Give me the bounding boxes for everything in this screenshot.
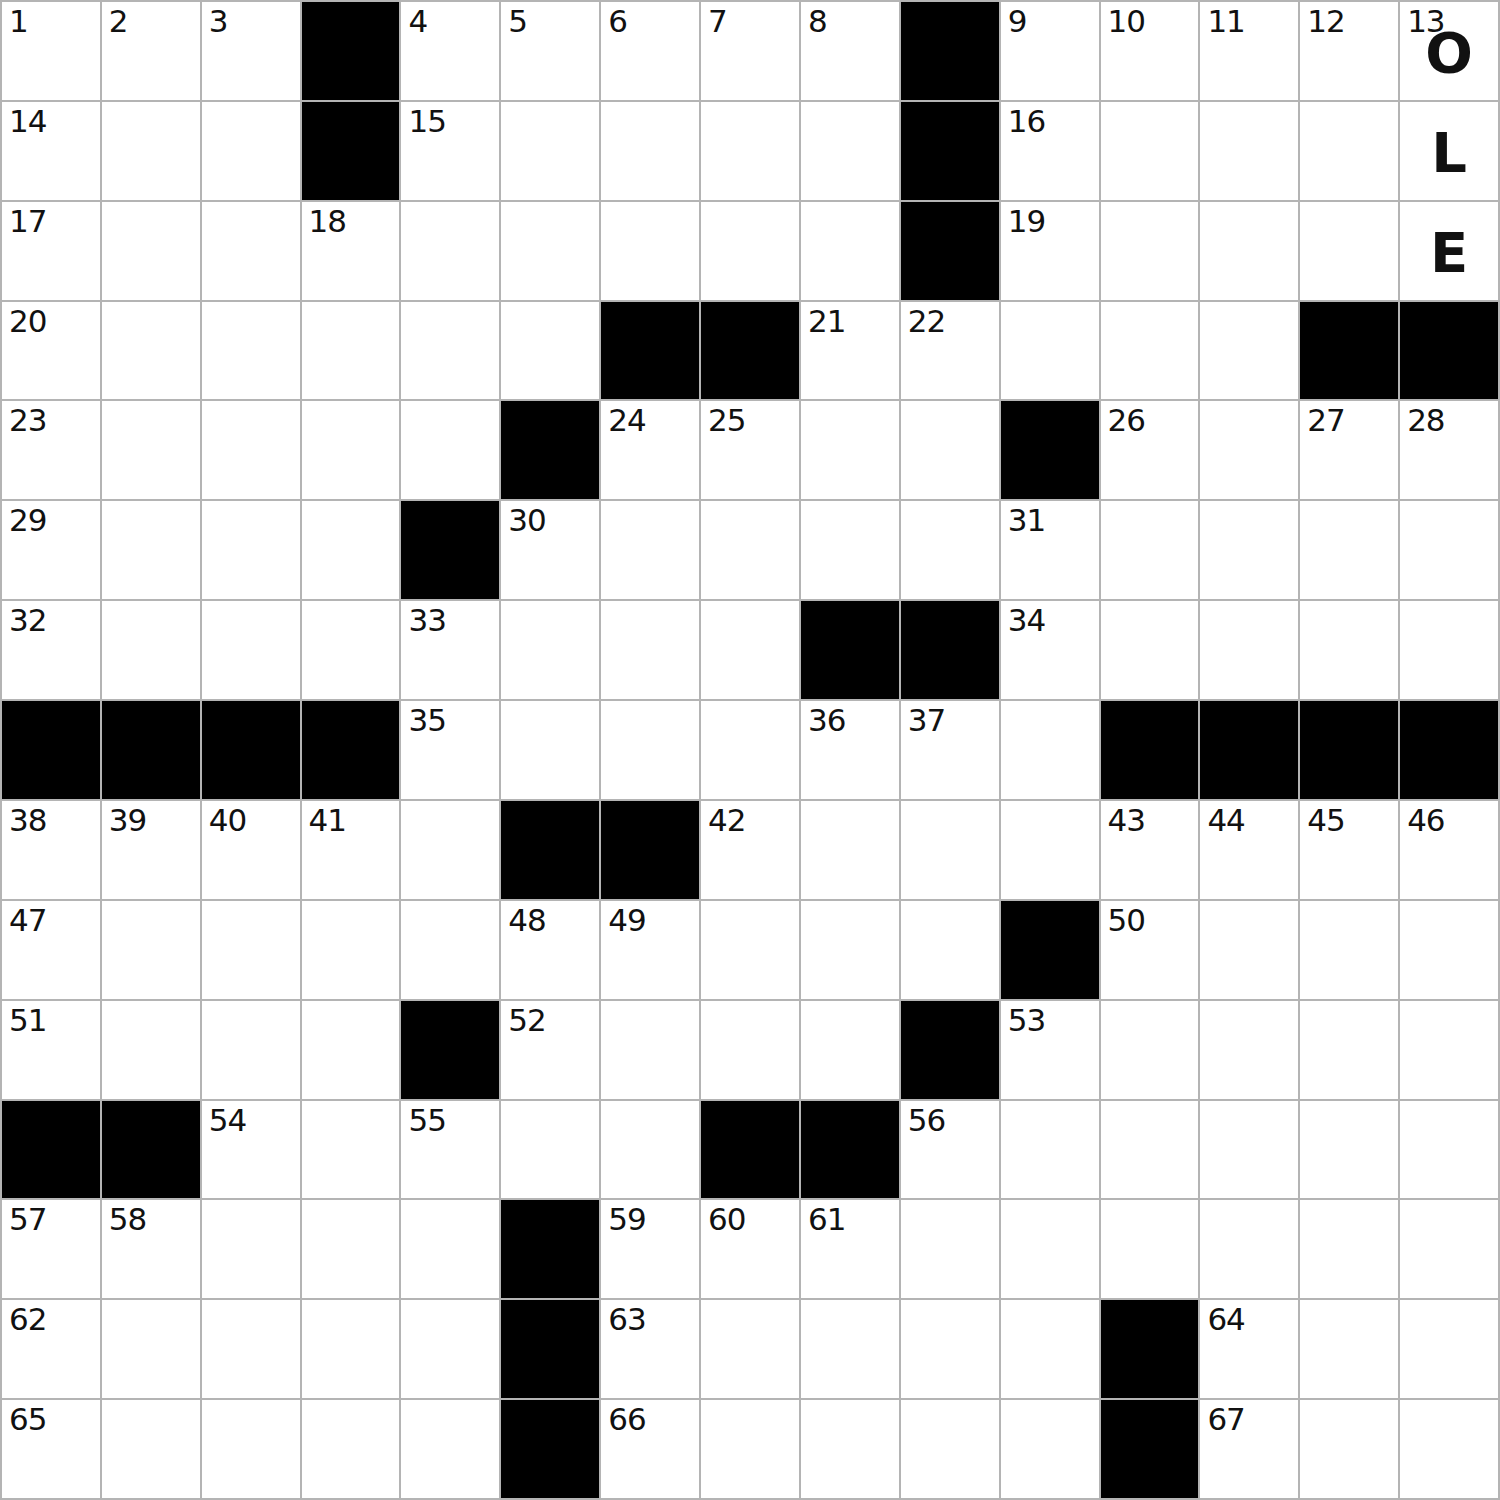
grid-cell[interactable] [1101,202,1199,300]
grid-cell[interactable] [801,901,899,999]
block-cell [302,2,400,100]
clue-number: 19 [1008,204,1045,240]
grid-cell[interactable] [302,1200,400,1298]
clue-number: 61 [808,1202,845,1238]
grid-cell[interactable] [1200,302,1298,400]
grid-cell[interactable] [1400,1300,1498,1398]
grid-cell[interactable]: 30 [501,501,599,599]
grid-cell[interactable] [1101,1200,1199,1298]
clue-number: 40 [209,803,246,839]
clue-number: 6 [608,4,627,40]
grid-cell[interactable] [801,1400,899,1498]
grid-cell[interactable]: L [1400,102,1498,200]
block-cell [1101,1400,1199,1498]
grid-cell[interactable] [601,601,699,699]
grid-cell[interactable]: 34 [1001,601,1099,699]
clue-number: 54 [209,1103,246,1139]
grid-cell[interactable] [701,501,799,599]
grid-cell[interactable] [1101,601,1199,699]
clue-number: 2 [109,4,128,40]
grid-cell[interactable]: 46 [1400,801,1498,899]
clue-number: 11 [1207,4,1244,40]
grid-cell[interactable]: 50 [1101,901,1199,999]
grid-cell[interactable] [102,401,200,499]
grid-cell[interactable] [1001,801,1099,899]
grid-cell[interactable] [701,701,799,799]
clue-number: 25 [708,403,745,439]
grid-cell[interactable] [901,1400,999,1498]
grid-cell[interactable] [401,401,499,499]
clue-number: 31 [1008,503,1045,539]
block-cell [1200,701,1298,799]
clue-number: 33 [408,603,445,639]
grid-cell[interactable] [1200,102,1298,200]
grid-cell[interactable]: 62 [2,1300,100,1398]
grid-cell[interactable]: 48 [501,901,599,999]
grid-cell[interactable] [901,1300,999,1398]
grid-cell[interactable] [701,1001,799,1099]
grid-cell[interactable] [601,202,699,300]
grid-cell[interactable]: 2 [102,2,200,100]
grid-cell[interactable] [202,401,300,499]
grid-cell[interactable] [302,1300,400,1398]
clue-number: 66 [608,1402,645,1438]
grid-cell[interactable] [601,1001,699,1099]
clue-number: 28 [1407,403,1444,439]
grid-cell[interactable]: 22 [901,302,999,400]
grid-cell[interactable] [401,801,499,899]
grid-cell[interactable] [601,701,699,799]
grid-cell[interactable]: 61 [801,1200,899,1298]
grid-cell[interactable] [801,1300,899,1398]
clue-number: 56 [908,1103,945,1139]
clue-number: 9 [1008,4,1027,40]
grid-cell[interactable]: 31 [1001,501,1099,599]
clue-number: 24 [608,403,645,439]
clue-number: 49 [608,903,645,939]
grid-cell[interactable]: 59 [601,1200,699,1298]
grid-cell[interactable] [501,601,599,699]
grid-cell[interactable] [102,901,200,999]
grid-cell[interactable]: 12 [1300,2,1398,100]
grid-cell[interactable]: 43 [1101,801,1199,899]
grid-cell[interactable] [202,1001,300,1099]
block-cell [901,102,999,200]
grid-cell[interactable] [1200,901,1298,999]
grid-cell[interactable] [501,302,599,400]
grid-cell[interactable]: 41 [302,801,400,899]
grid-cell[interactable] [901,501,999,599]
grid-cell[interactable] [302,1001,400,1099]
grid-cell[interactable]: 52 [501,1001,599,1099]
clue-number: 16 [1008,104,1045,140]
block-cell [901,601,999,699]
grid-cell[interactable] [401,1400,499,1498]
grid-cell[interactable]: 27 [1300,401,1398,499]
grid-cell[interactable] [801,401,899,499]
block-cell [501,401,599,499]
grid-cell[interactable]: 45 [1300,801,1398,899]
grid-cell[interactable]: 36 [801,701,899,799]
grid-cell[interactable] [102,102,200,200]
grid-cell[interactable]: E [1400,202,1498,300]
clue-number: 7 [708,4,727,40]
clue-number: 58 [109,1202,146,1238]
grid-cell[interactable]: 6 [601,2,699,100]
block-cell [302,701,400,799]
grid-cell[interactable] [901,901,999,999]
grid-cell[interactable] [801,801,899,899]
grid-cell[interactable]: 24 [601,401,699,499]
clue-number: 42 [708,803,745,839]
grid-cell[interactable] [1101,501,1199,599]
clue-number: 48 [508,903,545,939]
grid-cell[interactable]: 7 [701,2,799,100]
block-cell [501,1200,599,1298]
grid-cell[interactable] [1400,601,1498,699]
grid-cell[interactable] [1300,501,1398,599]
grid-cell[interactable]: 49 [601,901,699,999]
block-cell [701,302,799,400]
clue-number: 18 [309,204,346,240]
grid-cell[interactable]: 10 [1101,2,1199,100]
grid-cell[interactable]: 32 [2,601,100,699]
grid-cell[interactable] [1400,1200,1498,1298]
clue-number: 15 [408,104,445,140]
block-cell [1001,901,1099,999]
clue-number: 38 [9,803,46,839]
grid-cell[interactable]: 40 [202,801,300,899]
grid-cell[interactable]: 64 [1200,1300,1298,1398]
grid-cell[interactable]: 29 [2,501,100,599]
block-cell [601,801,699,899]
grid-cell[interactable] [1001,1200,1099,1298]
cell-letter: L [1400,102,1498,200]
clue-number: 30 [508,503,545,539]
clue-number: 59 [608,1202,645,1238]
clue-number: 44 [1207,803,1244,839]
grid-cell[interactable]: 23 [2,401,100,499]
grid-cell[interactable] [302,401,400,499]
grid-cell[interactable] [302,601,400,699]
grid-cell[interactable]: 14 [2,102,100,200]
grid-cell[interactable]: 13O [1400,2,1498,100]
grid-cell[interactable] [1400,901,1498,999]
clue-number: 63 [608,1302,645,1338]
grid-cell[interactable] [601,501,699,599]
grid-cell[interactable] [701,102,799,200]
clue-number: 52 [508,1003,545,1039]
crossword-board: 12345678910111213O141516L171819E20212223… [0,0,1500,1500]
clue-number: 12 [1307,4,1344,40]
clue-number: 51 [9,1003,46,1039]
grid-cell[interactable] [401,1200,499,1298]
grid-cell[interactable]: 8 [801,2,899,100]
grid-cell[interactable]: 21 [801,302,899,400]
grid-cell[interactable] [501,202,599,300]
grid-cell[interactable] [1101,102,1199,200]
grid-cell[interactable] [701,601,799,699]
grid-cell[interactable] [1200,1001,1298,1099]
grid-cell[interactable] [302,1101,400,1199]
block-cell [1001,401,1099,499]
clue-number: 50 [1108,903,1145,939]
block-cell [701,1101,799,1199]
grid-cell[interactable] [1200,401,1298,499]
clue-number: 46 [1407,803,1444,839]
grid-cell[interactable]: 37 [901,701,999,799]
clue-number: 14 [9,104,46,140]
grid-cell[interactable] [1101,1101,1199,1199]
block-cell [801,1101,899,1199]
grid-cell[interactable]: 18 [302,202,400,300]
block-cell [601,302,699,400]
block-cell [1400,302,1498,400]
clue-number: 67 [1207,1402,1244,1438]
clue-number: 65 [9,1402,46,1438]
grid-cell[interactable] [1400,1001,1498,1099]
grid-cell[interactable] [1200,601,1298,699]
grid-cell[interactable] [1101,1001,1199,1099]
clue-number: 8 [808,4,827,40]
grid-cell[interactable]: 15 [401,102,499,200]
grid-cell[interactable] [1001,302,1099,400]
grid-cell[interactable] [1001,1400,1099,1498]
grid-cell[interactable]: 56 [901,1101,999,1199]
grid-cell[interactable]: 38 [2,801,100,899]
clue-number: 36 [808,703,845,739]
grid-cell[interactable] [202,1200,300,1298]
grid-cell[interactable] [901,801,999,899]
block-cell [2,1101,100,1199]
block-cell [1400,701,1498,799]
clue-number: 53 [1008,1003,1045,1039]
clue-number: 43 [1108,803,1145,839]
clue-number: 62 [9,1302,46,1338]
clue-number: 47 [9,903,46,939]
block-cell [901,2,999,100]
grid-cell[interactable] [401,202,499,300]
grid-cell[interactable]: 47 [2,901,100,999]
clue-number: 37 [908,703,945,739]
grid-cell[interactable] [1001,1101,1099,1199]
clue-number: 27 [1307,403,1344,439]
block-cell [1101,701,1199,799]
clue-number: 32 [9,603,46,639]
grid-cell[interactable] [1101,302,1199,400]
grid-cell[interactable]: 53 [1001,1001,1099,1099]
clue-number: 34 [1008,603,1045,639]
grid-cell[interactable] [501,701,599,799]
clue-number: 21 [808,304,845,340]
clue-number: 35 [408,703,445,739]
grid-cell[interactable] [401,901,499,999]
grid-cell[interactable] [801,202,899,300]
grid-cell[interactable] [1300,1400,1398,1498]
grid-cell[interactable] [102,501,200,599]
grid-cell[interactable] [801,1001,899,1099]
block-cell [102,1101,200,1199]
grid-cell[interactable] [801,501,899,599]
grid-cell[interactable] [1300,901,1398,999]
grid-cell[interactable] [1300,1200,1398,1298]
clue-number: 45 [1307,803,1344,839]
grid-cell[interactable] [1200,501,1298,599]
grid-cell[interactable] [901,401,999,499]
clue-number: 60 [708,1202,745,1238]
block-cell [302,102,400,200]
grid-cell[interactable] [1300,1001,1398,1099]
grid-cell[interactable] [1300,202,1398,300]
block-cell [202,701,300,799]
grid-cell[interactable] [302,302,400,400]
grid-cell[interactable] [102,302,200,400]
grid-cell[interactable] [701,901,799,999]
block-cell [801,601,899,699]
grid-cell[interactable]: 67 [1200,1400,1298,1498]
grid-cell[interactable]: 35 [401,701,499,799]
grid-cell[interactable] [1200,1200,1298,1298]
block-cell [1300,701,1398,799]
grid-cell[interactable] [601,102,699,200]
block-cell [1101,1300,1199,1398]
grid-cell[interactable]: 57 [2,1200,100,1298]
block-cell [1300,302,1398,400]
block-cell [501,1400,599,1498]
grid-cell[interactable] [202,501,300,599]
grid-cell[interactable] [1300,1300,1398,1398]
grid-cell[interactable]: 42 [701,801,799,899]
grid-cell[interactable] [302,901,400,999]
grid-cell[interactable]: 54 [202,1101,300,1199]
clue-number: 5 [508,4,527,40]
grid-cell[interactable]: 25 [701,401,799,499]
grid-cell[interactable] [102,202,200,300]
clue-number: 39 [109,803,146,839]
grid-cell[interactable]: 1 [2,2,100,100]
grid-cell[interactable] [1001,701,1099,799]
clue-number: 26 [1108,403,1145,439]
clue-number: 1 [9,4,28,40]
grid-cell[interactable] [501,102,599,200]
clue-number: 57 [9,1202,46,1238]
grid-cell[interactable] [202,601,300,699]
clue-number: 20 [9,304,46,340]
grid-cell[interactable] [1400,1400,1498,1498]
grid-cell[interactable] [1300,1101,1398,1199]
clue-number: 22 [908,304,945,340]
grid-cell[interactable] [501,1101,599,1199]
grid-cell[interactable] [302,501,400,599]
grid-cell[interactable]: 9 [1001,2,1099,100]
grid-cell[interactable] [1400,1101,1498,1199]
clue-number: 55 [408,1103,445,1139]
block-cell [401,1001,499,1099]
grid-cell[interactable] [302,1400,400,1498]
grid-cell[interactable]: 66 [601,1400,699,1498]
grid-cell[interactable] [401,1300,499,1398]
grid-cell[interactable]: 17 [2,202,100,300]
grid-cell[interactable]: 4 [401,2,499,100]
grid-cell[interactable]: 60 [701,1200,799,1298]
grid-cell[interactable] [901,1200,999,1298]
grid-cell[interactable] [202,102,300,200]
block-cell [401,501,499,599]
grid-cell[interactable] [102,1001,200,1099]
grid-cell[interactable] [801,102,899,200]
grid-cell[interactable]: 39 [102,801,200,899]
grid-cell[interactable]: 55 [401,1101,499,1199]
clue-number: 10 [1108,4,1145,40]
clue-number: 17 [9,204,46,240]
grid-cell[interactable] [1200,202,1298,300]
grid-cell[interactable]: 65 [2,1400,100,1498]
grid-cell[interactable]: 3 [202,2,300,100]
block-cell [501,1300,599,1398]
grid-cell[interactable]: 11 [1200,2,1298,100]
block-cell [2,701,100,799]
grid-cell[interactable] [102,1400,200,1498]
grid-cell[interactable]: 26 [1101,401,1199,499]
grid-cell[interactable] [202,202,300,300]
grid-cell[interactable] [202,302,300,400]
clue-number: 23 [9,403,46,439]
grid-cell[interactable]: 44 [1200,801,1298,899]
grid-cell[interactable] [1300,102,1398,200]
clue-number: 4 [408,4,427,40]
cell-letter: E [1400,202,1498,300]
clue-number: 64 [1207,1302,1244,1338]
grid-cell[interactable]: 28 [1400,401,1498,499]
grid-cell[interactable]: 51 [2,1001,100,1099]
clue-number: 3 [209,4,228,40]
grid-cell[interactable]: 63 [601,1300,699,1398]
grid-cell[interactable] [202,1300,300,1398]
grid-cell[interactable]: 16 [1001,102,1099,200]
grid-cell[interactable] [1400,501,1498,599]
block-cell [901,1001,999,1099]
block-cell [901,202,999,300]
block-cell [501,801,599,899]
clue-number: 29 [9,503,46,539]
grid-cell[interactable] [701,1300,799,1398]
grid-cell[interactable] [202,901,300,999]
grid-cell[interactable] [102,1300,200,1398]
grid-cell[interactable] [202,1400,300,1498]
grid-cell[interactable]: 58 [102,1200,200,1298]
grid-cell[interactable] [401,302,499,400]
grid-cell[interactable] [1300,601,1398,699]
grid-cell[interactable]: 33 [401,601,499,699]
grid-cell[interactable] [701,202,799,300]
grid-cell[interactable]: 19 [1001,202,1099,300]
grid-cell[interactable]: 5 [501,2,599,100]
grid-cell[interactable] [102,601,200,699]
block-cell [102,701,200,799]
grid-cell[interactable]: 20 [2,302,100,400]
clue-number: 41 [309,803,346,839]
cell-letter: O [1400,2,1498,100]
grid-cell[interactable] [701,1400,799,1498]
grid-cell[interactable] [1200,1101,1298,1199]
grid-cell[interactable] [1001,1300,1099,1398]
grid-cell[interactable] [601,1101,699,1199]
